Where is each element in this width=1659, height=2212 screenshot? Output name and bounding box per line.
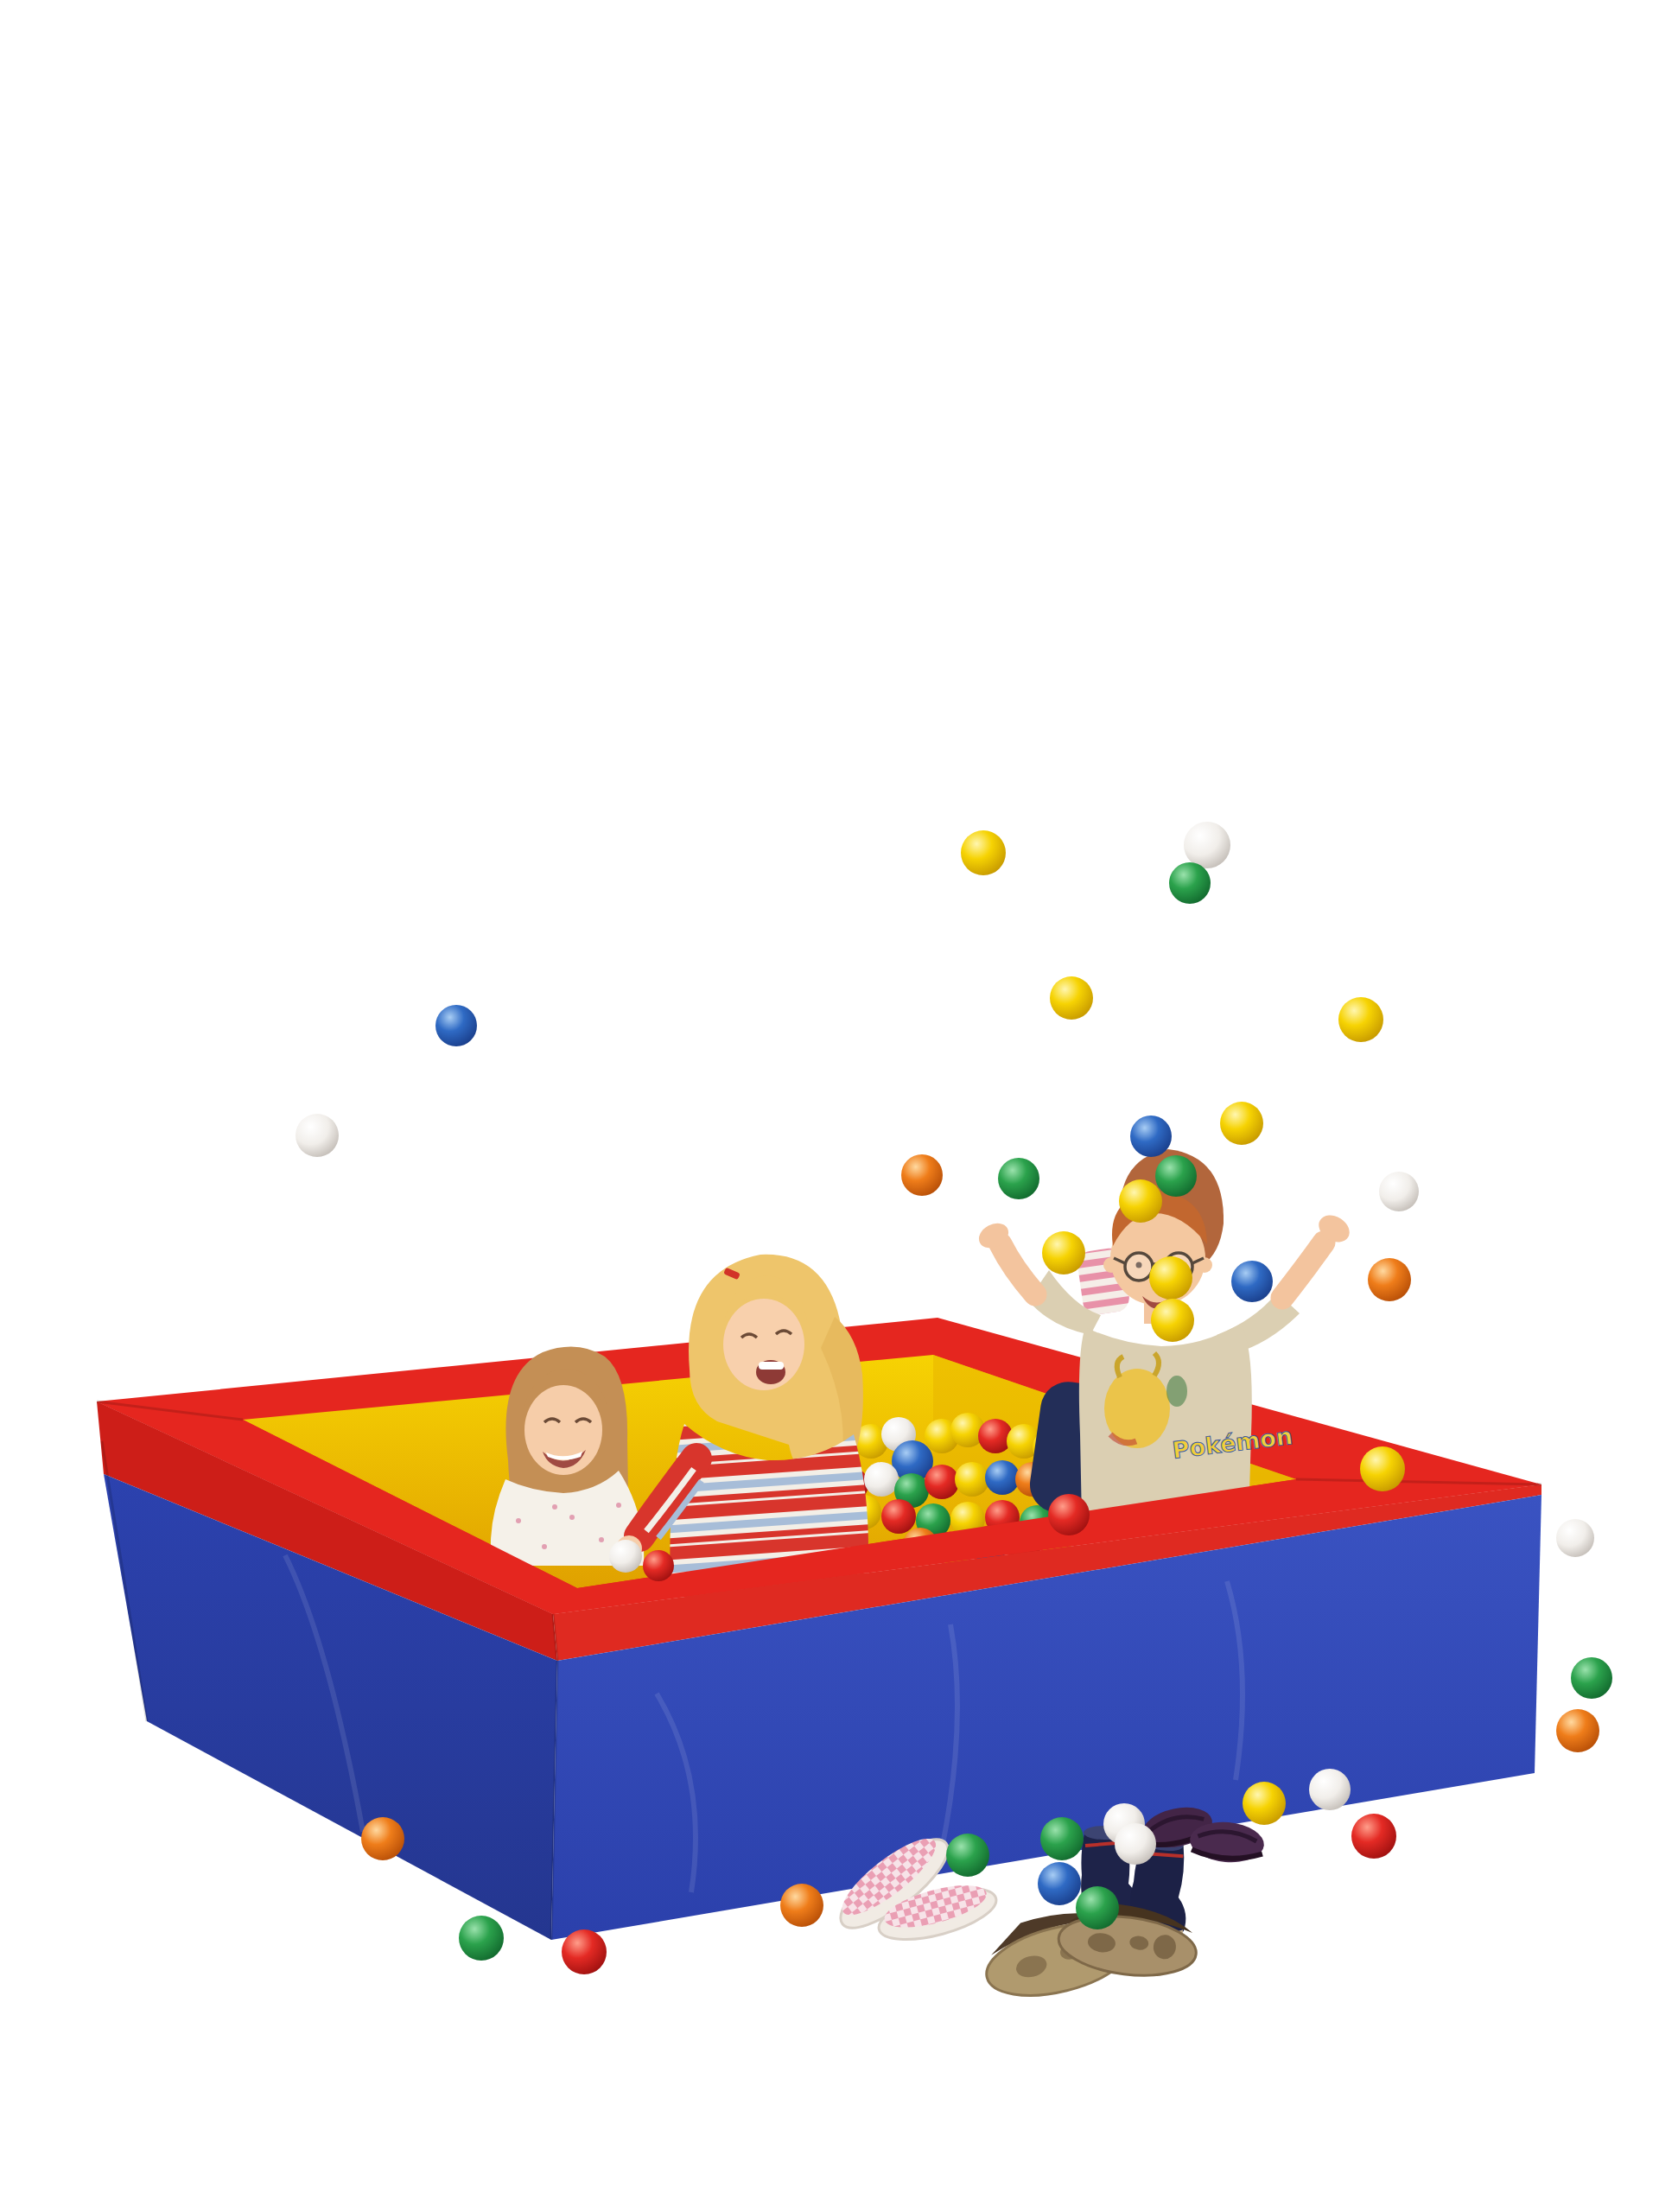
ball-white: [296, 1114, 339, 1157]
ball-yellow: [1119, 1179, 1162, 1223]
ball-pit: Pokémon: [97, 1149, 1541, 1940]
ball-yellow: [961, 830, 1006, 875]
girl-blonde-teeth: [759, 1362, 784, 1370]
ball-green: [1155, 1155, 1197, 1197]
ball-white: [1379, 1172, 1419, 1211]
ball-orange: [1368, 1258, 1411, 1301]
ball-green: [459, 1916, 504, 1961]
ball-blue: [435, 1005, 477, 1046]
ball-yellow: [1050, 976, 1093, 1020]
ball-red: [562, 1929, 607, 1974]
ball-orange: [1556, 1709, 1599, 1752]
ball-orange: [361, 1817, 404, 1860]
ball-yellow: [1220, 1102, 1263, 1145]
ball-yellow: [1149, 1256, 1192, 1300]
ball-red: [1048, 1494, 1090, 1535]
ball-white: [609, 1540, 642, 1573]
ball-red: [881, 1499, 916, 1534]
ball-blue: [1130, 1116, 1172, 1157]
ball-green: [1040, 1817, 1084, 1860]
ball-yellow: [1338, 997, 1383, 1042]
ball-yellow: [1042, 1231, 1085, 1274]
boy-forearm-right: [1282, 1243, 1324, 1298]
ball-white: [1309, 1769, 1351, 1810]
ball-green: [998, 1158, 1039, 1199]
ball-blue: [1038, 1862, 1081, 1905]
ball-blue: [985, 1460, 1020, 1495]
boy-shirt-print-detail: [1166, 1376, 1187, 1407]
photo-canvas: Pokémon: [0, 0, 1659, 2212]
ball-green: [1169, 862, 1211, 904]
ball-orange: [780, 1884, 823, 1927]
ball-white: [1556, 1519, 1594, 1557]
ball-white: [1184, 822, 1230, 868]
ball-yellow: [1243, 1782, 1286, 1825]
ball-red: [1351, 1814, 1396, 1859]
ball-yellow: [955, 1462, 989, 1497]
ball-yellow: [1360, 1446, 1405, 1491]
ball-white: [864, 1462, 899, 1497]
ball-red: [643, 1550, 674, 1581]
boy-forearm-left: [1001, 1244, 1035, 1294]
ball-pit-scene: Pokémon: [0, 0, 1659, 2212]
ball-green: [946, 1834, 989, 1877]
ball-orange: [901, 1154, 943, 1196]
ball-red: [925, 1465, 959, 1499]
ball-blue: [1231, 1261, 1273, 1302]
ball-green: [1076, 1886, 1119, 1929]
ball-yellow: [1151, 1299, 1194, 1342]
ball-white: [1115, 1823, 1156, 1865]
ball-green: [1571, 1657, 1612, 1699]
